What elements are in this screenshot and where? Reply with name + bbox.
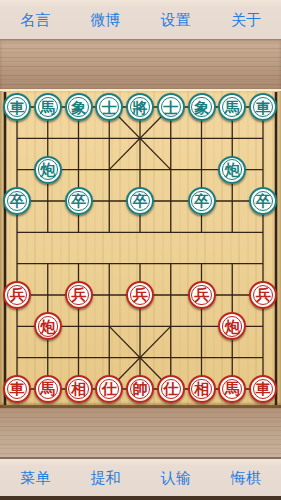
piece-glyph: 馬 <box>225 99 240 114</box>
piece-glyph: 車 <box>10 381 25 396</box>
piece-red[interactable]: 馬 <box>34 375 62 403</box>
piece-red[interactable]: 相 <box>65 375 93 403</box>
board-grid <box>0 89 281 408</box>
piece-glyph: 馬 <box>40 99 55 114</box>
piece-black[interactable]: 卒 <box>65 187 93 215</box>
piece-glyph: 兵 <box>194 287 209 302</box>
piece-red[interactable]: 兵 <box>65 281 93 309</box>
quotes-button[interactable]: 名言 <box>0 12 70 27</box>
wood-frame-top <box>0 39 281 89</box>
piece-glyph: 象 <box>194 99 209 114</box>
piece-glyph: 象 <box>71 99 86 114</box>
piece-black[interactable]: 卒 <box>188 187 216 215</box>
piece-black[interactable]: 車 <box>3 93 31 121</box>
piece-red[interactable]: 兵 <box>249 281 277 309</box>
piece-glyph: 兵 <box>71 287 86 302</box>
piece-glyph: 馬 <box>225 381 240 396</box>
piece-black[interactable]: 炮 <box>34 156 62 184</box>
menu-button[interactable]: 菜单 <box>0 470 70 485</box>
piece-black[interactable]: 車 <box>249 93 277 121</box>
offer-draw-button[interactable]: 提和 <box>70 470 140 485</box>
piece-black[interactable]: 象 <box>188 93 216 121</box>
piece-red[interactable]: 兵 <box>188 281 216 309</box>
about-button[interactable]: 关于 <box>211 12 281 27</box>
piece-glyph: 仕 <box>163 381 178 396</box>
piece-black[interactable]: 炮 <box>218 156 246 184</box>
piece-glyph: 兵 <box>10 287 25 302</box>
xiangqi-board[interactable]: 車馬象士將士象馬車炮炮卒卒卒卒卒兵兵兵兵兵炮炮車馬相仕帥仕相馬車 <box>0 89 281 408</box>
piece-black[interactable]: 馬 <box>34 93 62 121</box>
piece-black[interactable]: 卒 <box>126 187 154 215</box>
piece-glyph: 相 <box>194 381 209 396</box>
piece-glyph: 兵 <box>133 287 148 302</box>
piece-red[interactable]: 炮 <box>34 312 62 340</box>
piece-glyph: 仕 <box>102 381 117 396</box>
piece-glyph: 士 <box>163 99 178 114</box>
wood-frame-bottom <box>0 408 281 457</box>
piece-black[interactable]: 卒 <box>249 187 277 215</box>
piece-red[interactable]: 兵 <box>126 281 154 309</box>
piece-black[interactable]: 象 <box>65 93 93 121</box>
piece-glyph: 卒 <box>256 193 271 208</box>
piece-glyph: 車 <box>256 99 271 114</box>
piece-glyph: 卒 <box>10 193 25 208</box>
piece-glyph: 卒 <box>133 193 148 208</box>
piece-glyph: 馬 <box>40 381 55 396</box>
resign-button[interactable]: 认输 <box>141 470 211 485</box>
piece-red[interactable]: 相 <box>188 375 216 403</box>
piece-red[interactable]: 仕 <box>157 375 185 403</box>
piece-glyph: 兵 <box>256 287 271 302</box>
app-screen: 名言 微博 设置 关于 車馬象士將士象馬車炮炮卒卒卒卒卒兵兵兵兵兵炮炮車馬相仕帥… <box>0 0 281 500</box>
settings-button[interactable]: 设置 <box>141 12 211 27</box>
piece-glyph: 卒 <box>194 193 209 208</box>
piece-red[interactable]: 車 <box>249 375 277 403</box>
weibo-button[interactable]: 微博 <box>70 12 140 27</box>
top-toolbar: 名言 微博 设置 关于 <box>0 0 281 40</box>
piece-red[interactable]: 車 <box>3 375 31 403</box>
piece-glyph: 炮 <box>40 318 55 333</box>
piece-glyph: 相 <box>71 381 86 396</box>
bottom-toolbar: 菜单 提和 认输 悔棋 <box>0 457 281 500</box>
undo-move-button[interactable]: 悔棋 <box>211 470 281 485</box>
piece-glyph: 炮 <box>225 162 240 177</box>
piece-black[interactable]: 將 <box>126 93 154 121</box>
piece-glyph: 卒 <box>71 193 86 208</box>
piece-glyph: 車 <box>256 381 271 396</box>
piece-red[interactable]: 帥 <box>126 375 154 403</box>
piece-glyph: 炮 <box>225 318 240 333</box>
piece-glyph: 帥 <box>133 381 148 396</box>
piece-black[interactable]: 士 <box>157 93 185 121</box>
piece-glyph: 將 <box>133 99 148 114</box>
piece-glyph: 炮 <box>40 162 55 177</box>
piece-black[interactable]: 卒 <box>3 187 31 215</box>
piece-red[interactable]: 兵 <box>3 281 31 309</box>
piece-glyph: 車 <box>10 99 25 114</box>
piece-glyph: 士 <box>102 99 117 114</box>
